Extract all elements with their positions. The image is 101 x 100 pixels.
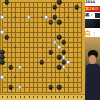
star-point [67,47,69,49]
grid-line [2,52,81,53]
white-stone [61,55,66,60]
black-stone [61,40,66,45]
star-point [41,47,43,49]
black-stone [57,35,62,40]
coordinate-tick [73,96,74,98]
coordinate-tick [46,96,47,98]
coordinate-tick [59,96,60,98]
white-stone [66,60,71,65]
player-thumbnail [85,19,100,29]
white-stone [44,15,49,20]
white-player-row: 白： [85,28,100,37]
grid-line [2,82,81,83]
black-player-thumbnail [95,13,100,18]
grid-line [73,2,74,92]
black-stone [39,60,44,65]
coordinate-tick [7,96,8,98]
coordinate-tick [51,96,52,98]
black-stone [75,5,80,10]
star-point [67,17,69,19]
white-stone [26,15,31,20]
black-stone [9,65,14,70]
white-stone [0,15,4,20]
black-stone [57,0,62,5]
grid-line [64,2,65,92]
grid-line [2,67,81,68]
black-stone [53,5,58,10]
black-player-label: 黑： [85,12,94,17]
black-stone [53,15,58,20]
player-body [86,64,101,100]
white-stone [61,65,66,70]
player-face [89,55,96,64]
star-point [41,77,43,79]
go-broadcast-screen: 2014 第26回 黑： 白： [0,0,100,100]
coordinate-tick [37,96,38,98]
black-stone [48,85,53,90]
black-stone [57,85,62,90]
coordinate-tick [24,96,25,98]
white-player-label: 白： [85,29,97,36]
black-stone [57,20,62,25]
black-stone [4,35,9,40]
coordinate-tick [15,96,16,98]
white-stone [17,85,22,90]
black-stone [0,55,4,60]
info-sidebar: 2014 第26回 黑： 白： [85,0,100,100]
white-stone [57,45,62,50]
grid-line [77,2,78,92]
black-stone [0,50,4,55]
grid-line [2,72,81,73]
coordinate-tick [64,96,65,98]
player-photo [85,37,100,100]
coordinate-tick [77,96,78,98]
white-stone [53,40,58,45]
coordinate-tick [68,96,69,98]
white-stone [0,75,4,80]
grid-line [2,87,81,88]
star-point [15,77,17,79]
coordinate-tick [2,96,3,98]
grid-line [51,2,52,92]
black-stone [0,60,4,65]
grid-line [2,57,81,58]
star-point [67,77,69,79]
coordinate-tick [81,96,82,98]
black-stone [4,0,9,5]
star-point [15,47,17,49]
coordinate-tick [20,96,21,98]
grid-line [81,2,82,92]
black-stone [48,50,53,55]
white-stone [0,30,4,35]
coordinate-tick [55,96,56,98]
coordinate-tick [33,96,34,98]
coordinate-strip [0,94,85,100]
black-stone [9,85,14,90]
star-point [41,17,43,19]
star-point [15,17,17,19]
coordinate-tick [11,96,12,98]
coordinate-tick [42,96,43,98]
white-stone [17,65,22,70]
go-board[interactable] [0,0,85,100]
coordinate-tick [29,96,30,98]
black-stone [61,50,66,55]
